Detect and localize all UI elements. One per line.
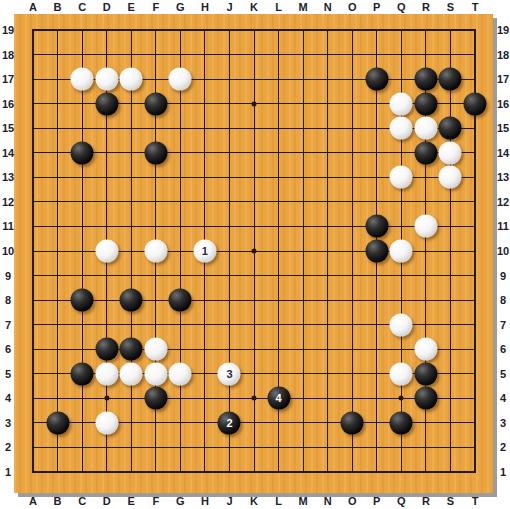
stone-j3[interactable]: 2: [218, 411, 241, 434]
coord-left-17: 17: [2, 73, 14, 85]
coord-left-15: 15: [2, 122, 14, 134]
stone-g8[interactable]: [169, 289, 192, 312]
coord-bottom-b: B: [54, 495, 62, 507]
move-number: 2: [226, 417, 232, 428]
coord-bottom-c: C: [78, 495, 86, 507]
coord-right-17: 17: [497, 73, 509, 85]
coord-top-k: K: [250, 1, 258, 13]
move-number: 3: [226, 368, 232, 379]
stone-r11[interactable]: [414, 215, 437, 238]
stone-g17[interactable]: [169, 68, 192, 91]
stone-s15[interactable]: [439, 117, 462, 140]
star-point-d4: [104, 396, 109, 401]
coord-right-16: 16: [497, 98, 509, 110]
stone-o3[interactable]: [341, 411, 364, 434]
grid-line-vertical: [303, 29, 304, 473]
stone-f16[interactable]: [144, 92, 167, 115]
coord-bottom-e: E: [128, 495, 135, 507]
stone-p17[interactable]: [365, 68, 388, 91]
stone-c17[interactable]: [71, 68, 94, 91]
stone-e6[interactable]: [120, 338, 143, 361]
stone-e8[interactable]: [120, 289, 143, 312]
coord-right-18: 18: [497, 49, 509, 61]
coord-bottom-q: Q: [397, 495, 406, 507]
stone-e5[interactable]: [120, 362, 143, 385]
grid-line-horizontal: [32, 447, 476, 448]
coord-right-15: 15: [497, 122, 509, 134]
coord-right-2: 2: [500, 441, 506, 453]
coord-right-5: 5: [500, 368, 506, 380]
coord-top-a: A: [29, 1, 37, 13]
grid-line-vertical: [352, 29, 353, 473]
coord-right-19: 19: [497, 24, 509, 36]
stone-p11[interactable]: [365, 215, 388, 238]
stone-q3[interactable]: [390, 411, 413, 434]
stone-r14[interactable]: [414, 141, 437, 164]
coord-top-m: M: [299, 1, 308, 13]
stone-f10[interactable]: [144, 240, 167, 263]
stone-h10[interactable]: 1: [193, 240, 216, 263]
coord-right-7: 7: [500, 319, 506, 331]
grid-line-horizontal: [32, 275, 476, 276]
coord-left-13: 13: [2, 171, 14, 183]
coord-left-4: 4: [5, 392, 11, 404]
coord-top-h: H: [201, 1, 209, 13]
coord-top-c: C: [78, 1, 86, 13]
stone-c14[interactable]: [71, 141, 94, 164]
star-point-k10: [252, 249, 257, 254]
stone-r15[interactable]: [414, 117, 437, 140]
coord-top-g: G: [176, 1, 185, 13]
stone-q16[interactable]: [390, 92, 413, 115]
stone-f6[interactable]: [144, 338, 167, 361]
coord-right-13: 13: [497, 171, 509, 183]
coord-bottom-d: D: [103, 495, 111, 507]
coord-top-j: J: [226, 1, 232, 13]
coord-left-9: 9: [5, 270, 11, 282]
coord-bottom-a: A: [29, 495, 37, 507]
stone-l4[interactable]: 4: [267, 387, 290, 410]
coord-bottom-t: T: [472, 495, 479, 507]
coord-bottom-r: R: [422, 495, 430, 507]
stone-d6[interactable]: [95, 338, 118, 361]
coord-right-6: 6: [500, 343, 506, 355]
coord-right-10: 10: [497, 245, 509, 257]
grid-line-vertical: [450, 29, 451, 473]
stone-d17[interactable]: [95, 68, 118, 91]
stone-f4[interactable]: [144, 387, 167, 410]
stone-s13[interactable]: [439, 166, 462, 189]
coord-bottom-j: J: [226, 495, 232, 507]
coord-right-12: 12: [497, 196, 509, 208]
move-number: 4: [275, 393, 281, 404]
grid-line-horizontal: [32, 471, 476, 473]
stone-q7[interactable]: [390, 313, 413, 336]
coord-right-4: 4: [500, 392, 506, 404]
grid-line-horizontal: [32, 300, 476, 301]
go-diagram: 1342 AABBCCDDEEFFGGHHJJKKLLMMNNOOPPQQRRS…: [0, 0, 510, 509]
coord-right-11: 11: [497, 220, 509, 232]
coord-top-b: B: [54, 1, 62, 13]
star-point-k4: [252, 396, 257, 401]
stone-p10[interactable]: [365, 240, 388, 263]
stone-f14[interactable]: [144, 141, 167, 164]
coord-bottom-k: K: [250, 495, 258, 507]
coord-left-11: 11: [2, 220, 14, 232]
coord-bottom-m: M: [299, 495, 308, 507]
stone-s17[interactable]: [439, 68, 462, 91]
coord-left-6: 6: [5, 343, 11, 355]
coord-right-3: 3: [500, 417, 506, 429]
stone-r4[interactable]: [414, 387, 437, 410]
star-point-q4: [399, 396, 404, 401]
stone-c8[interactable]: [71, 289, 94, 312]
coord-left-5: 5: [5, 368, 11, 380]
coord-left-2: 2: [5, 441, 11, 453]
coord-bottom-l: L: [275, 495, 282, 507]
coord-top-s: S: [447, 1, 454, 13]
go-board[interactable]: 1342: [14, 14, 493, 493]
stone-b3[interactable]: [46, 411, 69, 434]
coord-top-l: L: [275, 1, 282, 13]
coord-bottom-g: G: [176, 495, 185, 507]
coord-bottom-s: S: [447, 495, 454, 507]
coord-bottom-o: O: [348, 495, 357, 507]
coord-top-f: F: [152, 1, 159, 13]
coord-bottom-f: F: [152, 495, 159, 507]
stone-t16[interactable]: [464, 92, 487, 115]
coord-top-p: P: [373, 1, 380, 13]
move-number: 1: [202, 246, 208, 257]
coord-top-t: T: [472, 1, 479, 13]
stone-r6[interactable]: [414, 338, 437, 361]
coord-top-o: O: [348, 1, 357, 13]
coord-left-10: 10: [2, 245, 14, 257]
stone-r5[interactable]: [414, 362, 437, 385]
coord-bottom-n: N: [324, 495, 332, 507]
stone-q5[interactable]: [390, 362, 413, 385]
stone-r17[interactable]: [414, 68, 437, 91]
coord-left-1: 1: [5, 466, 11, 478]
coord-top-q: Q: [397, 1, 406, 13]
stone-d10[interactable]: [95, 240, 118, 263]
coord-left-19: 19: [2, 24, 14, 36]
coord-left-16: 16: [2, 98, 14, 110]
coord-bottom-p: P: [373, 495, 380, 507]
stone-d16[interactable]: [95, 92, 118, 115]
stone-d5[interactable]: [95, 362, 118, 385]
stone-q15[interactable]: [390, 117, 413, 140]
coord-left-14: 14: [2, 147, 14, 159]
grid-line-vertical: [327, 29, 328, 473]
stone-g5[interactable]: [169, 362, 192, 385]
coord-left-3: 3: [5, 417, 11, 429]
stone-r16[interactable]: [414, 92, 437, 115]
star-point-k16: [252, 101, 257, 106]
coord-right-14: 14: [497, 147, 509, 159]
stone-e17[interactable]: [120, 68, 143, 91]
stone-q10[interactable]: [390, 240, 413, 263]
stone-q13[interactable]: [390, 166, 413, 189]
stone-c5[interactable]: [71, 362, 94, 385]
coord-right-9: 9: [500, 270, 506, 282]
coord-left-7: 7: [5, 319, 11, 331]
coord-right-1: 1: [500, 466, 506, 478]
stone-j5[interactable]: 3: [218, 362, 241, 385]
stone-f5[interactable]: [144, 362, 167, 385]
coord-left-8: 8: [5, 294, 11, 306]
coord-top-n: N: [324, 1, 332, 13]
coord-right-8: 8: [500, 294, 506, 306]
coord-left-18: 18: [2, 49, 14, 61]
coord-top-r: R: [422, 1, 430, 13]
stone-d3[interactable]: [95, 411, 118, 434]
stone-s14[interactable]: [439, 141, 462, 164]
board-grid[interactable]: 1342: [33, 30, 475, 472]
coord-bottom-h: H: [201, 495, 209, 507]
coord-left-12: 12: [2, 196, 14, 208]
coord-top-d: D: [103, 1, 111, 13]
coord-top-e: E: [128, 1, 135, 13]
